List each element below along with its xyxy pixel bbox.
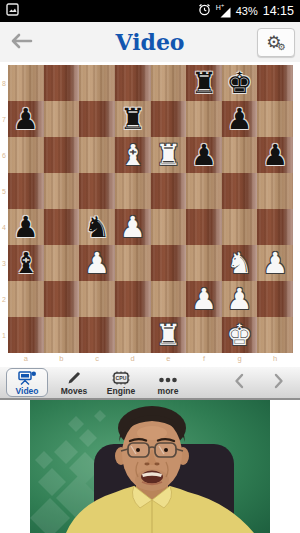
white-pawn-f2[interactable]: ♟ (191, 285, 217, 314)
rank-label-8: 8 (0, 65, 8, 101)
chevron-left-icon (234, 373, 244, 392)
square-c5[interactable] (79, 173, 115, 209)
square-f3[interactable] (186, 245, 222, 281)
square-f4[interactable] (186, 209, 222, 245)
square-g2[interactable]: ♟ (222, 281, 258, 317)
tab-moves[interactable]: Moves (53, 368, 95, 397)
page-title: Video (0, 29, 300, 55)
white-rook-e6[interactable]: ♜ (155, 141, 181, 170)
square-f2[interactable]: ♟ (186, 281, 222, 317)
square-f7[interactable] (186, 101, 222, 137)
square-d2[interactable] (115, 281, 151, 317)
square-g8[interactable]: ♚ (222, 65, 258, 101)
file-label-d: d (115, 354, 151, 366)
square-b3[interactable] (44, 245, 80, 281)
white-rook-e1[interactable]: ♜ (155, 321, 181, 350)
pencil-icon (67, 371, 81, 385)
back-button[interactable] (0, 22, 42, 62)
alarm-icon (198, 2, 211, 20)
black-rook-f8[interactable]: ♜ (191, 69, 217, 98)
square-c2[interactable] (79, 281, 115, 317)
square-h4[interactable] (257, 209, 293, 245)
square-a5[interactable] (8, 173, 44, 209)
chevron-right-icon (274, 373, 284, 392)
square-d4[interactable]: ♟ (115, 209, 151, 245)
rank-label-5: 5 (0, 173, 8, 209)
black-pawn-a7[interactable]: ♟ (13, 105, 39, 134)
square-d6[interactable]: ♝ (115, 137, 151, 173)
square-h3[interactable]: ♟ (257, 245, 293, 281)
tab-more[interactable]: more (147, 368, 189, 397)
square-f6[interactable]: ♟ (186, 137, 222, 173)
square-g4[interactable] (222, 209, 258, 245)
square-d7[interactable]: ♜ (115, 101, 151, 137)
video-frame[interactable] (30, 400, 270, 533)
board-grid[interactable]: ♜♚♟♜♟♝♜♟♟♟♞♟♝♟♞♟♟♟♜♚ (8, 65, 293, 353)
square-b5[interactable] (44, 173, 80, 209)
black-pawn-a4[interactable]: ♟ (13, 213, 39, 242)
file-label-f: f (186, 354, 222, 366)
video-camera-icon (18, 371, 37, 385)
cpu-icon-label: CPU (116, 375, 127, 381)
white-pawn-c3[interactable]: ♟ (84, 249, 110, 278)
rank-labels: 87654321 (0, 65, 8, 353)
next-move-button[interactable] (274, 373, 284, 392)
black-pawn-g7[interactable]: ♟ (227, 105, 253, 134)
square-c4[interactable]: ♞ (79, 209, 115, 245)
app-header: Video ⚙ ⚙ (0, 22, 300, 62)
tab-video[interactable]: Video (6, 368, 48, 397)
file-labels: abcdefgh (8, 354, 293, 366)
square-a7[interactable]: ♟ (8, 101, 44, 137)
square-h8[interactable] (257, 65, 293, 101)
rank-label-4: 4 (0, 209, 8, 245)
square-f5[interactable] (186, 173, 222, 209)
white-pawn-g2[interactable]: ♟ (227, 285, 253, 314)
tab-engine-label: Engine (107, 386, 135, 396)
square-a6[interactable] (8, 137, 44, 173)
square-e2[interactable] (151, 281, 187, 317)
square-c7[interactable] (79, 101, 115, 137)
ellipsis-icon (158, 371, 178, 385)
cpu-icon: CPU (110, 371, 132, 385)
square-g5[interactable] (222, 173, 258, 209)
file-label-h: h (257, 354, 293, 366)
black-pawn-f6[interactable]: ♟ (191, 141, 217, 170)
black-king-g8[interactable]: ♚ (227, 69, 253, 98)
status-bar: H⁺ 43% 14:15 (0, 0, 300, 22)
phone-screen: H⁺ 43% 14:15 Video ⚙ ⚙ 87654321 ♜♚♟♜♟♝♜♟ (0, 0, 300, 533)
square-c1[interactable] (79, 317, 115, 353)
square-e5[interactable] (151, 173, 187, 209)
tab-more-label: more (158, 386, 179, 396)
square-h6[interactable]: ♟ (257, 137, 293, 173)
rank-label-6: 6 (0, 137, 8, 173)
square-a8[interactable] (8, 65, 44, 101)
back-arrow-icon (9, 33, 33, 52)
white-bishop-d6[interactable]: ♝ (120, 141, 146, 170)
black-knight-c4[interactable]: ♞ (84, 213, 110, 242)
settings-small-gear-icon: ⚙ (278, 43, 286, 52)
photo-icon (6, 2, 19, 20)
chess-board: 87654321 ♜♚♟♜♟♝♜♟♟♟♞♟♝♟♞♟♟♟♜♚ abcdefgh (0, 62, 300, 367)
square-c8[interactable] (79, 65, 115, 101)
square-b8[interactable] (44, 65, 80, 101)
square-g3[interactable]: ♞ (222, 245, 258, 281)
square-d5[interactable] (115, 173, 151, 209)
file-label-b: b (44, 354, 80, 366)
white-knight-g3[interactable]: ♞ (227, 249, 253, 278)
white-pawn-d4[interactable]: ♟ (120, 213, 146, 242)
square-b6[interactable] (44, 137, 80, 173)
rank-label-1: 1 (0, 317, 8, 353)
square-d8[interactable] (115, 65, 151, 101)
prev-move-button[interactable] (234, 373, 244, 392)
rank-label-7: 7 (0, 101, 8, 137)
tab-engine[interactable]: CPU Engine (100, 368, 142, 397)
square-d1[interactable] (115, 317, 151, 353)
file-label-e: e (151, 354, 187, 366)
black-pawn-h6[interactable]: ♟ (262, 141, 288, 170)
square-e8[interactable] (151, 65, 187, 101)
square-b7[interactable] (44, 101, 80, 137)
square-g1[interactable]: ♚ (222, 317, 258, 353)
file-label-g: g (222, 354, 258, 366)
tab-video-label: Video (16, 386, 39, 396)
square-f8[interactable]: ♜ (186, 65, 222, 101)
square-a4[interactable]: ♟ (8, 209, 44, 245)
square-e1[interactable]: ♜ (151, 317, 187, 353)
square-h5[interactable] (257, 173, 293, 209)
bottom-toolbar: Video Moves CPU Engine (0, 367, 300, 400)
square-a2[interactable] (8, 281, 44, 317)
square-c3[interactable]: ♟ (79, 245, 115, 281)
black-rook-d7[interactable]: ♜ (120, 105, 146, 134)
battery-percent: 43% (236, 5, 258, 17)
square-e7[interactable] (151, 101, 187, 137)
square-e6[interactable]: ♜ (151, 137, 187, 173)
square-c6[interactable] (79, 137, 115, 173)
black-bishop-a3[interactable]: ♝ (13, 249, 39, 278)
signal-icon: H⁺ (216, 5, 231, 18)
square-b4[interactable] (44, 209, 80, 245)
square-e3[interactable] (151, 245, 187, 281)
square-g7[interactable]: ♟ (222, 101, 258, 137)
square-a3[interactable]: ♝ (8, 245, 44, 281)
square-f1[interactable] (186, 317, 222, 353)
square-b1[interactable] (44, 317, 80, 353)
clock-time: 14:15 (263, 4, 294, 18)
settings-button[interactable]: ⚙ ⚙ (257, 28, 295, 57)
white-king-g1[interactable]: ♚ (227, 321, 253, 350)
square-h1[interactable] (257, 317, 293, 353)
file-label-c: c (79, 354, 115, 366)
video-player-area (0, 400, 300, 533)
square-d3[interactable] (115, 245, 151, 281)
square-e4[interactable] (151, 209, 187, 245)
square-g6[interactable] (222, 137, 258, 173)
square-h2[interactable] (257, 281, 293, 317)
tab-moves-label: Moves (61, 386, 87, 396)
square-a1[interactable] (8, 317, 44, 353)
square-h7[interactable] (257, 101, 293, 137)
file-label-a: a (8, 354, 44, 366)
rank-label-3: 3 (0, 245, 8, 281)
rank-label-2: 2 (0, 281, 8, 317)
white-pawn-h3[interactable]: ♟ (262, 249, 288, 278)
square-b2[interactable] (44, 281, 80, 317)
